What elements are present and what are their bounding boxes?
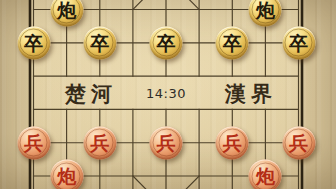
piece-red-cannon-file2[interactable]: 炮: [50, 160, 83, 190]
piece-glyph: 卒: [223, 34, 242, 53]
piece-black-soldier-file5[interactable]: 卒: [150, 26, 183, 59]
piece-glyph: 卒: [157, 34, 176, 53]
piece-glyph: 兵: [223, 134, 242, 153]
piece-glyph: 兵: [24, 134, 43, 153]
piece-glyph: 卒: [90, 34, 109, 53]
piece-glyph: 兵: [90, 134, 109, 153]
piece-glyph: 炮: [256, 167, 275, 186]
move-timer: 14:30: [146, 86, 186, 101]
piece-black-soldier-file3[interactable]: 卒: [83, 26, 116, 59]
piece-red-soldier-file9[interactable]: 兵: [282, 126, 315, 159]
piece-black-soldier-file9[interactable]: 卒: [282, 26, 315, 59]
piece-glyph: 炮: [57, 1, 76, 20]
piece-black-soldier-file7[interactable]: 卒: [216, 26, 249, 59]
piece-red-soldier-file1[interactable]: 兵: [17, 126, 50, 159]
piece-glyph: 卒: [289, 34, 308, 53]
piece-glyph: 卒: [24, 34, 43, 53]
piece-black-soldier-file1[interactable]: 卒: [17, 26, 50, 59]
river-label-han-jie: 漢界: [225, 80, 277, 108]
river-label-chu-he: 楚河: [65, 80, 117, 108]
piece-glyph: 兵: [289, 134, 308, 153]
piece-red-soldier-file7[interactable]: 兵: [216, 126, 249, 159]
piece-glyph: 炮: [57, 167, 76, 186]
piece-red-cannon-file8[interactable]: 炮: [249, 160, 282, 190]
xiangqi-board: 楚河 14:30 漢界 炮炮卒卒卒卒卒兵兵兵兵兵炮炮: [0, 0, 336, 189]
piece-glyph: 炮: [256, 1, 275, 20]
piece-glyph: 兵: [157, 134, 176, 153]
piece-red-soldier-file5[interactable]: 兵: [150, 126, 183, 159]
piece-red-soldier-file3[interactable]: 兵: [83, 126, 116, 159]
